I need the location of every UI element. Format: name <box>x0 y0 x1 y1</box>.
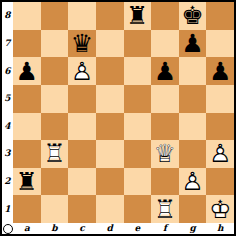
square-e1[interactable] <box>124 195 152 223</box>
square-c8[interactable] <box>68 2 96 30</box>
black-pawn[interactable]: ♟ <box>209 59 231 84</box>
file-labels: abcdefgh <box>13 223 234 234</box>
square-e4[interactable] <box>124 113 152 141</box>
square-e5[interactable] <box>124 85 152 113</box>
file-label-c: c <box>68 223 96 234</box>
white-pawn[interactable]: ♟♙ <box>71 59 93 84</box>
square-a8[interactable] <box>13 2 41 30</box>
rank-label-6: 6 <box>2 57 13 85</box>
square-h8[interactable] <box>206 2 234 30</box>
square-d2[interactable] <box>96 168 124 196</box>
square-e2[interactable] <box>124 168 152 196</box>
rank-label-4: 4 <box>2 113 13 141</box>
file-label-a: a <box>13 223 41 234</box>
square-c4[interactable] <box>68 113 96 141</box>
square-h3[interactable]: ♟♙ <box>206 140 234 168</box>
rank-label-5: 5 <box>2 85 13 113</box>
square-d7[interactable] <box>96 30 124 58</box>
square-a1[interactable] <box>13 195 41 223</box>
square-f2[interactable] <box>151 168 179 196</box>
square-g3[interactable] <box>179 140 207 168</box>
pawn-glyph: ♟ <box>154 59 176 84</box>
rank-label-7: 7 <box>2 30 13 58</box>
pawn-outline-glyph: ♙ <box>71 59 93 84</box>
square-g2[interactable]: ♟♙ <box>179 168 207 196</box>
rank-label-1: 1 <box>2 195 13 223</box>
square-g5[interactable] <box>179 85 207 113</box>
square-d8[interactable] <box>96 2 124 30</box>
file-label-h: h <box>206 223 234 234</box>
square-a5[interactable] <box>13 85 41 113</box>
rank-label-2: 2 <box>2 168 13 196</box>
white-rook[interactable]: ♜♖ <box>154 197 176 222</box>
white-king[interactable]: ♚♔ <box>209 197 231 222</box>
file-label-f: f <box>151 223 179 234</box>
square-b6[interactable] <box>41 57 69 85</box>
queen-glyph: ♛ <box>71 31 93 56</box>
square-g8[interactable]: ♚ <box>179 2 207 30</box>
square-a3[interactable] <box>13 140 41 168</box>
square-g6[interactable] <box>179 57 207 85</box>
rook-outline-glyph: ♖ <box>154 197 176 222</box>
black-pawn[interactable]: ♟ <box>154 59 176 84</box>
chess-board[interactable]: ♜♚♛♟♟♟♙♟♟♜♖♛♕♟♙♜♟♙♜♖♚♔ <box>13 2 234 223</box>
turn-indicator-corner <box>2 223 13 234</box>
square-f4[interactable] <box>151 113 179 141</box>
square-e7[interactable] <box>124 30 152 58</box>
king-outline-glyph: ♔ <box>209 197 231 222</box>
square-b4[interactable] <box>41 113 69 141</box>
square-b2[interactable] <box>41 168 69 196</box>
white-pawn[interactable]: ♟♙ <box>209 141 231 166</box>
square-c1[interactable] <box>68 195 96 223</box>
square-h6[interactable]: ♟ <box>206 57 234 85</box>
square-a6[interactable]: ♟ <box>13 57 41 85</box>
pawn-outline-glyph: ♙ <box>181 169 203 194</box>
square-c6[interactable]: ♟♙ <box>68 57 96 85</box>
square-d3[interactable] <box>96 140 124 168</box>
square-f1[interactable]: ♜♖ <box>151 195 179 223</box>
square-g1[interactable] <box>179 195 207 223</box>
square-d1[interactable] <box>96 195 124 223</box>
file-label-d: d <box>96 223 124 234</box>
square-h1[interactable]: ♚♔ <box>206 195 234 223</box>
square-e3[interactable] <box>124 140 152 168</box>
rank-labels: 87654321 <box>2 2 13 223</box>
square-b8[interactable] <box>41 2 69 30</box>
square-e6[interactable] <box>124 57 152 85</box>
square-d6[interactable] <box>96 57 124 85</box>
black-rook[interactable]: ♜ <box>16 169 38 194</box>
black-pawn[interactable]: ♟ <box>16 59 38 84</box>
square-g4[interactable] <box>179 113 207 141</box>
white-queen[interactable]: ♛♕ <box>154 141 176 166</box>
square-b7[interactable] <box>41 30 69 58</box>
black-pawn[interactable]: ♟ <box>181 31 203 56</box>
square-c2[interactable] <box>68 168 96 196</box>
pawn-glyph: ♟ <box>16 59 38 84</box>
pawn-glyph: ♟ <box>181 31 203 56</box>
square-b3[interactable]: ♜♖ <box>41 140 69 168</box>
rook-outline-glyph: ♖ <box>43 141 65 166</box>
king-glyph: ♚ <box>181 3 203 28</box>
black-king[interactable]: ♚ <box>181 3 203 28</box>
square-e8[interactable]: ♜ <box>124 2 152 30</box>
rook-glyph: ♜ <box>126 3 148 28</box>
file-label-g: g <box>179 223 207 234</box>
square-d4[interactable] <box>96 113 124 141</box>
square-a2[interactable]: ♜ <box>13 168 41 196</box>
white-rook[interactable]: ♜♖ <box>43 141 65 166</box>
square-f6[interactable]: ♟ <box>151 57 179 85</box>
rook-glyph: ♜ <box>16 169 38 194</box>
pawn-glyph: ♟ <box>209 59 231 84</box>
square-a4[interactable] <box>13 113 41 141</box>
square-a7[interactable] <box>13 30 41 58</box>
square-c3[interactable] <box>68 140 96 168</box>
chess-diagram: 87654321 ♜♚♛♟♟♟♙♟♟♜♖♛♕♟♙♜♟♙♜♖♚♔ abcdefgh <box>0 0 236 236</box>
square-c7[interactable]: ♛ <box>68 30 96 58</box>
queen-outline-glyph: ♕ <box>154 141 176 166</box>
square-h4[interactable] <box>206 113 234 141</box>
square-f7[interactable] <box>151 30 179 58</box>
file-label-b: b <box>41 223 69 234</box>
black-queen[interactable]: ♛ <box>71 31 93 56</box>
square-f5[interactable] <box>151 85 179 113</box>
square-g7[interactable]: ♟ <box>179 30 207 58</box>
white-to-move-indicator <box>3 224 13 234</box>
black-rook[interactable]: ♜ <box>126 3 148 28</box>
square-h5[interactable] <box>206 85 234 113</box>
square-b5[interactable] <box>41 85 69 113</box>
square-h7[interactable] <box>206 30 234 58</box>
square-h2[interactable] <box>206 168 234 196</box>
square-c5[interactable] <box>68 85 96 113</box>
white-pawn[interactable]: ♟♙ <box>181 169 203 194</box>
file-label-e: e <box>124 223 152 234</box>
square-b1[interactable] <box>41 195 69 223</box>
rank-label-3: 3 <box>2 140 13 168</box>
rank-label-8: 8 <box>2 2 13 30</box>
square-f8[interactable] <box>151 2 179 30</box>
square-d5[interactable] <box>96 85 124 113</box>
pawn-outline-glyph: ♙ <box>209 141 231 166</box>
square-f3[interactable]: ♛♕ <box>151 140 179 168</box>
